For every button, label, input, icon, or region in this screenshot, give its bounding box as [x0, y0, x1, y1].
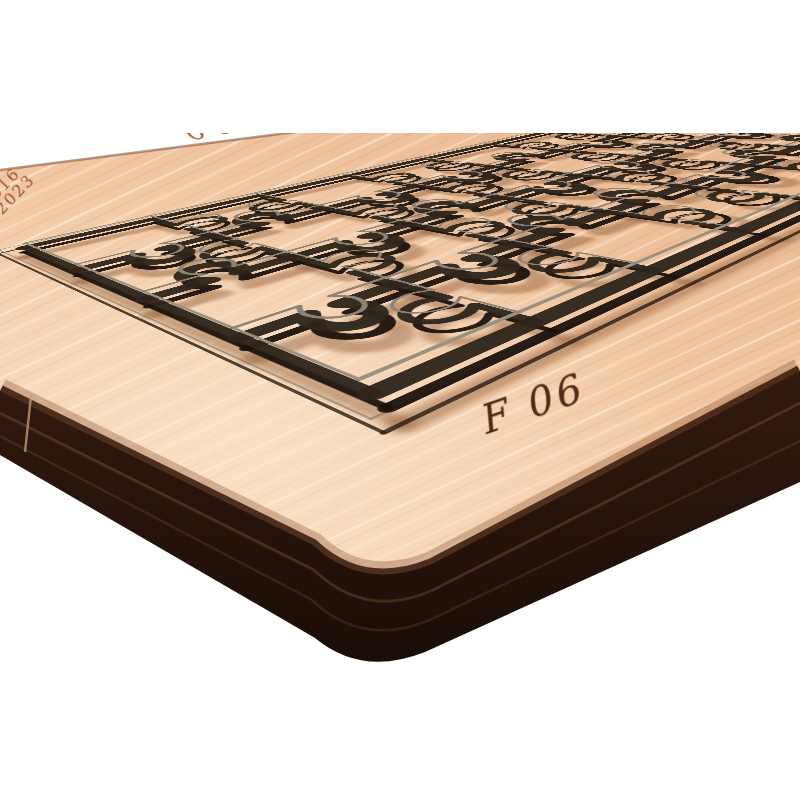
photo-crop-white-band: [0, 0, 800, 133]
puzzle-die-product-photo: 0630 S16 2023 F 06: [0, 0, 800, 800]
